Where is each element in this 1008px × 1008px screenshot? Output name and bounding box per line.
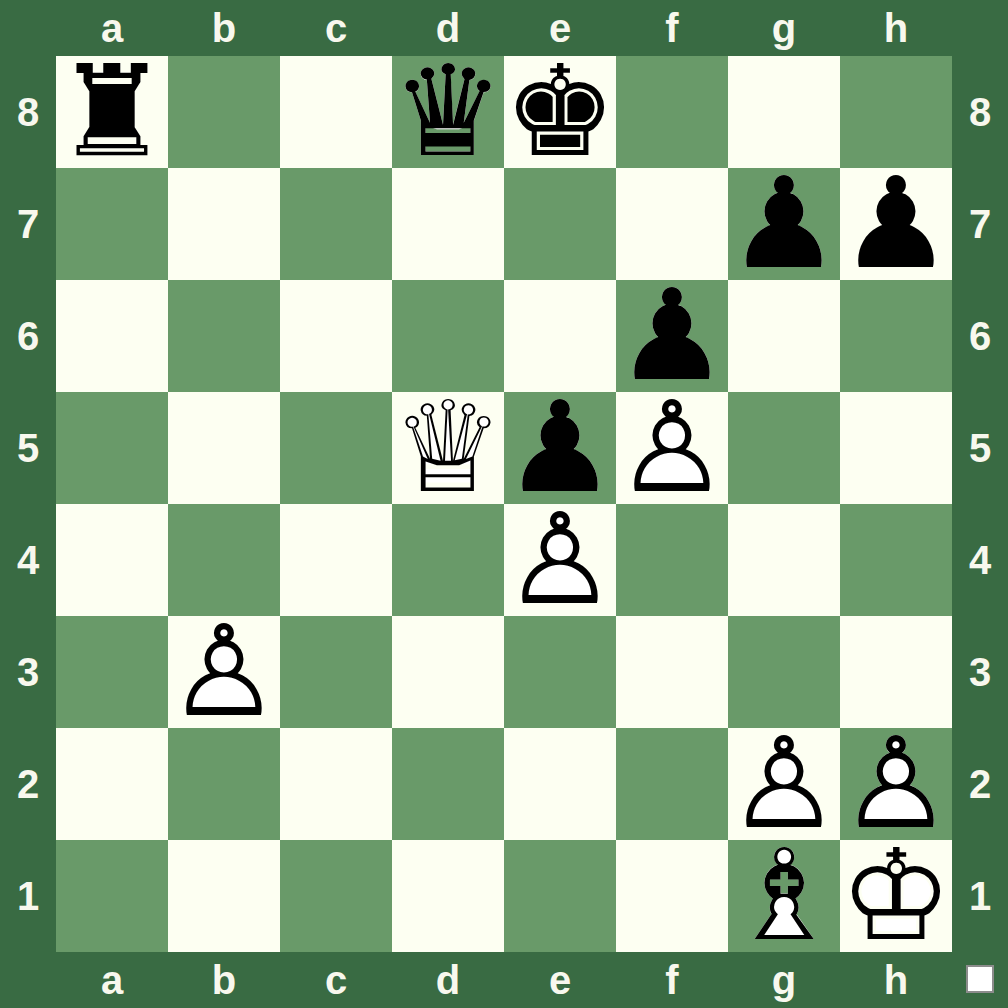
rank-label-1: 1 bbox=[952, 840, 1008, 952]
rank-label-2: 2 bbox=[952, 728, 1008, 840]
rank-label-5: 5 bbox=[0, 392, 56, 504]
square-b7[interactable] bbox=[168, 168, 280, 280]
square-h6[interactable] bbox=[840, 280, 952, 392]
square-e1[interactable] bbox=[504, 840, 616, 952]
file-label-g: g bbox=[728, 952, 840, 1008]
rank-label-4: 4 bbox=[0, 504, 56, 616]
square-b6[interactable] bbox=[168, 280, 280, 392]
piece-white-king-h1[interactable]: ♚♔ bbox=[840, 840, 952, 952]
black-rook-silhouette-glyph: ♜ bbox=[56, 56, 168, 168]
rank-labels-left: 87654321 bbox=[0, 56, 56, 952]
rank-label-1: 1 bbox=[0, 840, 56, 952]
square-a6[interactable] bbox=[56, 280, 168, 392]
black-pawn-silhouette-glyph: ♟ bbox=[728, 168, 840, 280]
square-e3[interactable] bbox=[504, 616, 616, 728]
square-h5[interactable] bbox=[840, 392, 952, 504]
square-f3[interactable] bbox=[616, 616, 728, 728]
square-e4[interactable]: ♟♙ bbox=[504, 504, 616, 616]
rank-label-8: 8 bbox=[0, 56, 56, 168]
square-e7[interactable] bbox=[504, 168, 616, 280]
square-b3[interactable]: ♟♙ bbox=[168, 616, 280, 728]
white-pawn-outline-glyph: ♙ bbox=[616, 392, 728, 504]
square-h7[interactable]: ♙♟ bbox=[840, 168, 952, 280]
square-d7[interactable] bbox=[392, 168, 504, 280]
square-g6[interactable] bbox=[728, 280, 840, 392]
square-h4[interactable] bbox=[840, 504, 952, 616]
file-label-f: f bbox=[616, 952, 728, 1008]
rank-labels-right: 87654321 bbox=[952, 56, 1008, 952]
file-label-g: g bbox=[728, 0, 840, 56]
square-f8[interactable] bbox=[616, 56, 728, 168]
piece-white-pawn-f5[interactable]: ♟♙ bbox=[616, 392, 728, 504]
piece-black-pawn-h7[interactable]: ♙♟ bbox=[840, 168, 952, 280]
square-d1[interactable] bbox=[392, 840, 504, 952]
piece-white-queen-d5[interactable]: ♛♕ bbox=[392, 392, 504, 504]
square-c7[interactable] bbox=[280, 168, 392, 280]
white-queen-outline-glyph: ♕ bbox=[392, 392, 504, 504]
square-e8[interactable]: ♔♚ bbox=[504, 56, 616, 168]
square-c5[interactable] bbox=[280, 392, 392, 504]
white-pawn-outline-glyph: ♙ bbox=[168, 616, 280, 728]
side-to-move-indicator bbox=[966, 965, 994, 993]
rank-label-8: 8 bbox=[952, 56, 1008, 168]
square-f2[interactable] bbox=[616, 728, 728, 840]
black-queen-silhouette-glyph: ♛ bbox=[392, 56, 504, 168]
square-f1[interactable] bbox=[616, 840, 728, 952]
square-a3[interactable] bbox=[56, 616, 168, 728]
square-d3[interactable] bbox=[392, 616, 504, 728]
rank-label-7: 7 bbox=[0, 168, 56, 280]
piece-black-pawn-g7[interactable]: ♙♟ bbox=[728, 168, 840, 280]
rank-label-5: 5 bbox=[952, 392, 1008, 504]
square-g4[interactable] bbox=[728, 504, 840, 616]
square-b5[interactable] bbox=[168, 392, 280, 504]
white-king-outline-glyph: ♔ bbox=[840, 840, 952, 952]
rank-label-7: 7 bbox=[952, 168, 1008, 280]
square-a5[interactable] bbox=[56, 392, 168, 504]
file-label-e: e bbox=[504, 952, 616, 1008]
rank-label-2: 2 bbox=[0, 728, 56, 840]
file-label-h: h bbox=[840, 0, 952, 56]
rank-label-3: 3 bbox=[0, 616, 56, 728]
rank-label-6: 6 bbox=[0, 280, 56, 392]
white-pawn-outline-glyph: ♙ bbox=[504, 504, 616, 616]
square-a2[interactable] bbox=[56, 728, 168, 840]
rank-label-3: 3 bbox=[952, 616, 1008, 728]
square-e2[interactable] bbox=[504, 728, 616, 840]
file-label-c: c bbox=[280, 952, 392, 1008]
rank-label-4: 4 bbox=[952, 504, 1008, 616]
black-king-silhouette-glyph: ♚ bbox=[504, 56, 616, 168]
piece-white-bishop-g1[interactable]: ♝♗ bbox=[728, 840, 840, 952]
file-label-h: h bbox=[840, 952, 952, 1008]
square-g1[interactable]: ♝♗ bbox=[728, 840, 840, 952]
file-label-c: c bbox=[280, 0, 392, 56]
square-d5[interactable]: ♛♕ bbox=[392, 392, 504, 504]
chess-board[interactable]: ♖♜♕♛♔♚♙♟♙♟♙♟♛♕♙♟♟♙♟♙♟♙♟♙♟♙♝♗♚♔ bbox=[56, 56, 952, 952]
square-c4[interactable] bbox=[280, 504, 392, 616]
piece-white-pawn-e4[interactable]: ♟♙ bbox=[504, 504, 616, 616]
square-g7[interactable]: ♙♟ bbox=[728, 168, 840, 280]
file-label-b: b bbox=[168, 952, 280, 1008]
square-b8[interactable] bbox=[168, 56, 280, 168]
square-a1[interactable] bbox=[56, 840, 168, 952]
square-c2[interactable] bbox=[280, 728, 392, 840]
square-f4[interactable] bbox=[616, 504, 728, 616]
file-label-b: b bbox=[168, 0, 280, 56]
square-h1[interactable]: ♚♔ bbox=[840, 840, 952, 952]
square-b1[interactable] bbox=[168, 840, 280, 952]
square-d4[interactable] bbox=[392, 504, 504, 616]
square-g5[interactable] bbox=[728, 392, 840, 504]
piece-white-pawn-b3[interactable]: ♟♙ bbox=[168, 616, 280, 728]
file-label-a: a bbox=[56, 952, 168, 1008]
black-pawn-silhouette-glyph: ♟ bbox=[840, 168, 952, 280]
square-d2[interactable] bbox=[392, 728, 504, 840]
square-c6[interactable] bbox=[280, 280, 392, 392]
square-d8[interactable]: ♕♛ bbox=[392, 56, 504, 168]
rank-label-6: 6 bbox=[952, 280, 1008, 392]
piece-black-rook-a8[interactable]: ♖♜ bbox=[56, 56, 168, 168]
square-f5[interactable]: ♟♙ bbox=[616, 392, 728, 504]
square-a4[interactable] bbox=[56, 504, 168, 616]
file-label-d: d bbox=[392, 952, 504, 1008]
piece-black-king-e8[interactable]: ♔♚ bbox=[504, 56, 616, 168]
square-c1[interactable] bbox=[280, 840, 392, 952]
board-frame: abcdefgh 87654321 ♖♜♕♛♔♚♙♟♙♟♙♟♛♕♙♟♟♙♟♙♟♙… bbox=[0, 0, 1008, 1008]
file-label-f: f bbox=[616, 0, 728, 56]
square-a7[interactable] bbox=[56, 168, 168, 280]
file-labels-bottom: abcdefgh bbox=[56, 952, 952, 1008]
square-c3[interactable] bbox=[280, 616, 392, 728]
white-bishop-outline-glyph: ♗ bbox=[728, 840, 840, 952]
square-c8[interactable] bbox=[280, 56, 392, 168]
square-a8[interactable]: ♖♜ bbox=[56, 56, 168, 168]
square-b2[interactable] bbox=[168, 728, 280, 840]
piece-black-queen-d8[interactable]: ♕♛ bbox=[392, 56, 504, 168]
